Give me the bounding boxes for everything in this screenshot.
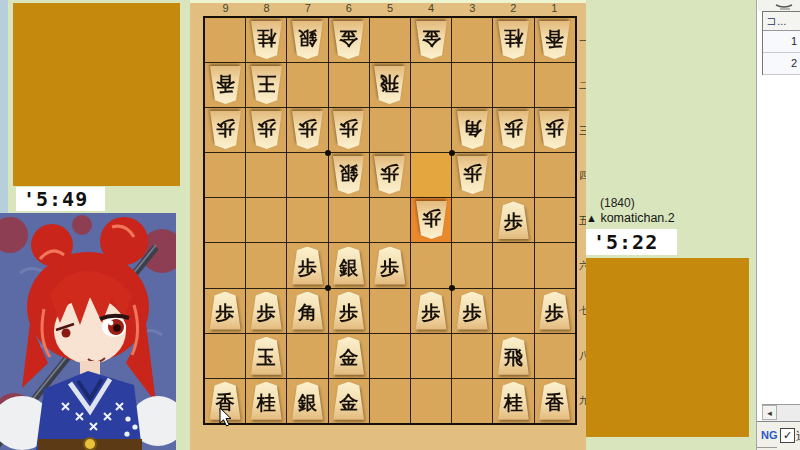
square-6-6[interactable]: 銀 bbox=[329, 243, 369, 287]
square-6-4[interactable]: 銀 bbox=[329, 153, 369, 197]
sente-piece[interactable]: 金 bbox=[332, 337, 365, 375]
sente-mark: ▲ bbox=[586, 212, 597, 224]
sente-piece[interactable]: 金 bbox=[332, 382, 365, 420]
piece-glyph: 歩 bbox=[415, 292, 448, 330]
square-3-6[interactable] bbox=[452, 243, 492, 287]
right-sidebar: (1840) ▲ komatichan.2 '5:22 bbox=[586, 0, 758, 450]
piece-glyph: 歩 bbox=[332, 292, 365, 330]
sente-piece[interactable]: 歩 bbox=[291, 247, 324, 285]
horizontal-scrollbar[interactable]: ◂ bbox=[762, 404, 800, 421]
piece-glyph: 王 bbox=[250, 66, 283, 104]
piece-glyph: 歩 bbox=[291, 247, 324, 285]
piece-glyph: 歩 bbox=[538, 111, 571, 149]
square-9-6[interactable] bbox=[205, 243, 245, 287]
file-labels: 987654321 bbox=[205, 2, 575, 15]
piece-glyph: 歩 bbox=[332, 111, 365, 149]
panel-divider bbox=[757, 447, 777, 448]
piece-glyph: 歩 bbox=[456, 156, 489, 194]
square-4-7[interactable]: 歩 bbox=[411, 289, 451, 333]
sente-clock: '5:22 bbox=[586, 229, 677, 255]
gote-piece[interactable]: 歩 bbox=[209, 111, 242, 149]
square-8-5[interactable] bbox=[246, 198, 286, 242]
move-list-rows: 12 bbox=[763, 31, 800, 75]
square-9-3[interactable]: 歩 bbox=[205, 108, 245, 152]
gote-piece[interactable]: 歩 bbox=[373, 156, 406, 194]
square-8-1[interactable]: 桂 bbox=[246, 18, 286, 62]
square-7-9[interactable]: 銀 bbox=[287, 379, 327, 423]
file-label: 6 bbox=[328, 2, 369, 15]
sente-piece[interactable]: 歩 bbox=[250, 292, 283, 330]
square-3-5[interactable] bbox=[452, 198, 492, 242]
square-4-5[interactable]: 歩 bbox=[411, 198, 451, 242]
square-8-4[interactable] bbox=[246, 153, 286, 197]
square-4-2[interactable] bbox=[411, 63, 451, 107]
square-4-6[interactable] bbox=[411, 243, 451, 287]
gote-clock: '5:49 bbox=[16, 187, 105, 211]
piece-glyph: 香 bbox=[538, 21, 571, 59]
piece-glyph: 歩 bbox=[291, 111, 324, 149]
square-7-6[interactable]: 歩 bbox=[287, 243, 327, 287]
piece-glyph: 銀 bbox=[291, 21, 324, 59]
square-2-8[interactable]: 飛 bbox=[493, 334, 533, 378]
gote-player-area bbox=[13, 3, 180, 186]
square-8-2[interactable]: 王 bbox=[246, 63, 286, 107]
file-label: 1 bbox=[534, 2, 575, 15]
gote-piece[interactable]: 飛 bbox=[373, 66, 406, 104]
square-5-1[interactable] bbox=[370, 18, 410, 62]
square-4-4[interactable] bbox=[411, 153, 451, 197]
square-5-9[interactable] bbox=[370, 379, 410, 423]
gote-piece[interactable]: 歩 bbox=[415, 201, 448, 239]
square-9-1[interactable] bbox=[205, 18, 245, 62]
gote-piece[interactable]: 銀 bbox=[291, 21, 324, 59]
square-1-2[interactable] bbox=[535, 63, 575, 107]
sente-player-area bbox=[586, 258, 749, 437]
square-1-5[interactable] bbox=[535, 198, 575, 242]
square-9-8[interactable] bbox=[205, 334, 245, 378]
square-6-3[interactable]: 歩 bbox=[329, 108, 369, 152]
square-1-7[interactable]: 歩 bbox=[535, 289, 575, 333]
gote-piece[interactable]: 歩 bbox=[332, 111, 365, 149]
move-list-table: コ... 12 bbox=[762, 11, 800, 75]
square-8-7[interactable]: 歩 bbox=[246, 289, 286, 333]
sente-piece[interactable]: 銀 bbox=[291, 382, 324, 420]
sente-piece[interactable]: 歩 bbox=[373, 247, 406, 285]
piece-glyph: 香 bbox=[538, 382, 571, 420]
gote-piece[interactable]: 金 bbox=[415, 21, 448, 59]
sente-piece[interactable]: 香 bbox=[538, 382, 571, 420]
sente-piece[interactable]: 玉 bbox=[250, 337, 283, 375]
sente-piece[interactable]: 銀 bbox=[332, 247, 365, 285]
file-label: 7 bbox=[287, 2, 328, 15]
sente-piece[interactable]: 歩 bbox=[209, 292, 242, 330]
sente-piece[interactable]: 歩 bbox=[415, 292, 448, 330]
piece-glyph: 歩 bbox=[497, 201, 530, 239]
square-3-3[interactable]: 角 bbox=[452, 108, 492, 152]
square-2-1[interactable]: 桂 bbox=[493, 18, 533, 62]
piece-glyph: 桂 bbox=[250, 382, 283, 420]
star-point bbox=[325, 150, 331, 156]
piece-glyph: 桂 bbox=[250, 21, 283, 59]
piece-glyph: 玉 bbox=[250, 337, 283, 375]
sente-piece[interactable]: 歩 bbox=[456, 292, 489, 330]
square-6-9[interactable]: 金 bbox=[329, 379, 369, 423]
square-1-9[interactable]: 香 bbox=[535, 379, 575, 423]
board-panel: 987654321 桂銀金金桂香香王飛歩歩歩歩角歩歩銀歩歩歩歩歩銀歩歩歩角歩歩歩… bbox=[190, 0, 586, 450]
star-point bbox=[449, 285, 455, 291]
square-3-4[interactable]: 歩 bbox=[452, 153, 492, 197]
piece-glyph: 歩 bbox=[373, 247, 406, 285]
piece-glyph: 金 bbox=[332, 382, 365, 420]
sente-piece[interactable]: 飛 bbox=[497, 337, 530, 375]
piece-glyph: 歩 bbox=[250, 292, 283, 330]
square-3-8[interactable] bbox=[452, 334, 492, 378]
move-list-header: コ... bbox=[763, 12, 800, 31]
file-label: 5 bbox=[369, 2, 410, 15]
gote-piece[interactable]: 角 bbox=[456, 111, 489, 149]
square-7-2[interactable] bbox=[287, 63, 327, 107]
square-5-8[interactable] bbox=[370, 334, 410, 378]
square-1-3[interactable]: 歩 bbox=[535, 108, 575, 152]
piece-glyph: 歩 bbox=[373, 156, 406, 194]
scroll-left-icon[interactable]: ◂ bbox=[762, 405, 777, 420]
sente-piece[interactable]: 歩 bbox=[497, 201, 530, 239]
square-2-5[interactable]: 歩 bbox=[493, 198, 533, 242]
square-5-6[interactable]: 歩 bbox=[370, 243, 410, 287]
sente-piece[interactable]: 歩 bbox=[538, 292, 571, 330]
square-4-8[interactable] bbox=[411, 334, 451, 378]
square-6-5[interactable] bbox=[329, 198, 369, 242]
square-2-7[interactable] bbox=[493, 289, 533, 333]
square-2-9[interactable]: 桂 bbox=[493, 379, 533, 423]
file-label: 8 bbox=[246, 2, 287, 15]
file-label: 3 bbox=[452, 2, 493, 15]
piece-glyph: 歩 bbox=[497, 111, 530, 149]
piece-glyph: 歩 bbox=[250, 111, 283, 149]
ng-label: NG bbox=[761, 429, 778, 441]
square-4-1[interactable]: 金 bbox=[411, 18, 451, 62]
star-point bbox=[449, 150, 455, 156]
piece-glyph: 角 bbox=[291, 292, 324, 330]
square-7-5[interactable] bbox=[287, 198, 327, 242]
clipped-label: 送 bbox=[796, 428, 800, 445]
square-6-8[interactable]: 金 bbox=[329, 334, 369, 378]
gote-piece[interactable]: 金 bbox=[332, 21, 365, 59]
square-7-1[interactable]: 銀 bbox=[287, 18, 327, 62]
gote-piece[interactable]: 王 bbox=[250, 66, 283, 104]
square-1-6[interactable] bbox=[535, 243, 575, 287]
piece-glyph: 桂 bbox=[497, 21, 530, 59]
square-9-4[interactable] bbox=[205, 153, 245, 197]
square-2-6[interactable] bbox=[493, 243, 533, 287]
piece-glyph: 歩 bbox=[538, 292, 571, 330]
gote-piece[interactable]: 歩 bbox=[250, 111, 283, 149]
shogi-client-window: '5:49 bbox=[0, 0, 800, 450]
square-9-2[interactable]: 香 bbox=[205, 63, 245, 107]
comment-panel: コ... 12 ◂ NG ✓ 送 bbox=[756, 0, 800, 450]
gote-piece[interactable]: 歩 bbox=[456, 156, 489, 194]
square-7-7[interactable]: 角 bbox=[287, 289, 327, 333]
file-label: 9 bbox=[205, 2, 246, 15]
player-name-line: ▲ komatichan.2 bbox=[586, 211, 675, 225]
move-list-row[interactable]: 2 bbox=[763, 53, 800, 75]
piece-glyph: 歩 bbox=[415, 201, 448, 239]
star-point bbox=[325, 285, 331, 291]
square-3-9[interactable] bbox=[452, 379, 492, 423]
square-3-7[interactable]: 歩 bbox=[452, 289, 492, 333]
gote-piece[interactable]: 桂 bbox=[497, 21, 530, 59]
square-9-7[interactable]: 歩 bbox=[205, 289, 245, 333]
square-1-1[interactable]: 香 bbox=[535, 18, 575, 62]
piece-glyph: 角 bbox=[456, 111, 489, 149]
ng-checkbox[interactable]: ✓ bbox=[780, 428, 795, 443]
piece-glyph: 金 bbox=[332, 21, 365, 59]
square-8-3[interactable]: 歩 bbox=[246, 108, 286, 152]
square-7-4[interactable] bbox=[287, 153, 327, 197]
piece-glyph: 金 bbox=[415, 21, 448, 59]
piece-glyph: 飛 bbox=[373, 66, 406, 104]
square-3-1[interactable] bbox=[452, 18, 492, 62]
square-5-5[interactable] bbox=[370, 198, 410, 242]
square-4-9[interactable] bbox=[411, 379, 451, 423]
file-label: 2 bbox=[493, 2, 534, 15]
square-7-3[interactable]: 歩 bbox=[287, 108, 327, 152]
file-label: 4 bbox=[411, 2, 452, 15]
left-edge-strip bbox=[0, 0, 8, 214]
gote-piece[interactable]: 桂 bbox=[250, 21, 283, 59]
square-8-9[interactable]: 桂 bbox=[246, 379, 286, 423]
square-1-8[interactable] bbox=[535, 334, 575, 378]
square-2-4[interactable] bbox=[493, 153, 533, 197]
square-8-6[interactable] bbox=[246, 243, 286, 287]
piece-glyph: 金 bbox=[332, 337, 365, 375]
piece-glyph: 歩 bbox=[209, 292, 242, 330]
square-2-3[interactable]: 歩 bbox=[493, 108, 533, 152]
square-5-4[interactable]: 歩 bbox=[370, 153, 410, 197]
square-5-7[interactable] bbox=[370, 289, 410, 333]
square-1-4[interactable] bbox=[535, 153, 575, 197]
square-8-8[interactable]: 玉 bbox=[246, 334, 286, 378]
player-rating: (1840) bbox=[600, 196, 635, 210]
shogi-board: 桂銀金金桂香香王飛歩歩歩歩角歩歩銀歩歩歩歩歩銀歩歩歩角歩歩歩歩玉金飛香桂銀金桂香 bbox=[203, 16, 577, 425]
square-5-2[interactable]: 飛 bbox=[370, 63, 410, 107]
sente-piece[interactable]: 歩 bbox=[332, 292, 365, 330]
player-name: komatichan.2 bbox=[600, 211, 674, 225]
piece-glyph: 銀 bbox=[332, 247, 365, 285]
piece-glyph: 飛 bbox=[497, 337, 530, 375]
player-avatar bbox=[0, 213, 176, 450]
gote-piece[interactable]: 香 bbox=[538, 21, 571, 59]
square-3-2[interactable] bbox=[452, 63, 492, 107]
square-5-3[interactable] bbox=[370, 108, 410, 152]
sente-piece[interactable]: 桂 bbox=[250, 382, 283, 420]
mouse-cursor-icon bbox=[219, 407, 232, 427]
gote-piece[interactable]: 歩 bbox=[497, 111, 530, 149]
piece-glyph: 桂 bbox=[497, 382, 530, 420]
gote-piece[interactable]: 香 bbox=[209, 66, 242, 104]
square-2-2[interactable] bbox=[493, 63, 533, 107]
square-6-2[interactable] bbox=[329, 63, 369, 107]
sente-piece[interactable]: 桂 bbox=[497, 382, 530, 420]
square-6-7[interactable]: 歩 bbox=[329, 289, 369, 333]
square-6-1[interactable]: 金 bbox=[329, 18, 369, 62]
piece-glyph: 歩 bbox=[209, 111, 242, 149]
gote-piece[interactable]: 歩 bbox=[538, 111, 571, 149]
ng-filter-row: NG ✓ 送 bbox=[757, 421, 800, 450]
gote-piece[interactable]: 歩 bbox=[291, 111, 324, 149]
piece-glyph: 銀 bbox=[332, 156, 365, 194]
move-list-row[interactable]: 1 bbox=[763, 31, 800, 53]
square-7-8[interactable] bbox=[287, 334, 327, 378]
piece-glyph: 香 bbox=[209, 66, 242, 104]
piece-glyph: 銀 bbox=[291, 382, 324, 420]
panel-top-sliver bbox=[758, 0, 800, 11]
sente-piece[interactable]: 角 bbox=[291, 292, 324, 330]
square-4-3[interactable] bbox=[411, 108, 451, 152]
gote-piece[interactable]: 銀 bbox=[332, 156, 365, 194]
square-9-5[interactable] bbox=[205, 198, 245, 242]
piece-glyph: 歩 bbox=[456, 292, 489, 330]
